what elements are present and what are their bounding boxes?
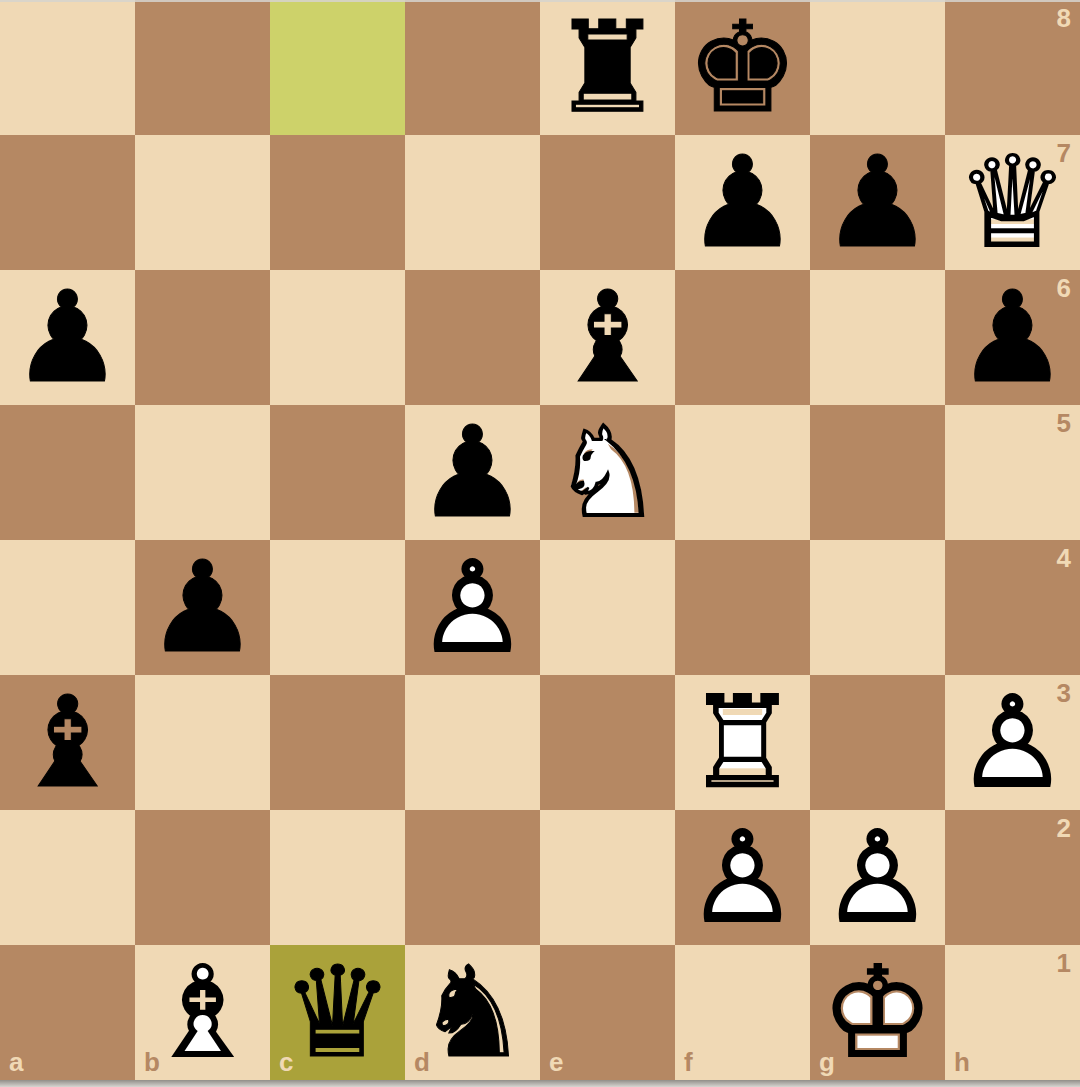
square-f4[interactable]: [675, 540, 810, 675]
piece-black-pawn[interactable]: ♟: [135, 540, 270, 675]
white-pawn-outline-icon: ♙: [821, 810, 934, 945]
rank-label-4: 4: [1057, 545, 1071, 571]
square-f1[interactable]: f: [675, 945, 810, 1080]
piece-black-king[interactable]: ♚: [675, 0, 810, 135]
square-e6[interactable]: ♝: [540, 270, 675, 405]
square-b7[interactable]: [135, 135, 270, 270]
white-king-outline-icon: ♔: [821, 945, 934, 1080]
piece-black-pawn[interactable]: ♟: [810, 135, 945, 270]
square-h2[interactable]: 2: [945, 810, 1080, 945]
rank-label-6: 6: [1057, 275, 1071, 301]
square-b4[interactable]: ♟: [135, 540, 270, 675]
square-e3[interactable]: [540, 675, 675, 810]
square-d3[interactable]: [405, 675, 540, 810]
black-rook-icon: ♜: [551, 0, 664, 135]
piece-white-knight[interactable]: ♞♘: [540, 405, 675, 540]
square-a2[interactable]: [0, 810, 135, 945]
piece-white-pawn[interactable]: ♟♙: [810, 810, 945, 945]
file-label-e: e: [549, 1049, 563, 1075]
rank-label-1: 1: [1057, 950, 1071, 976]
black-queen-icon: ♛: [281, 945, 394, 1080]
square-b6[interactable]: [135, 270, 270, 405]
square-h1[interactable]: 1h: [945, 945, 1080, 1080]
square-c6[interactable]: [270, 270, 405, 405]
square-d8[interactable]: [405, 0, 540, 135]
square-c5[interactable]: [270, 405, 405, 540]
page: ♜♚8♟♟7♛♕♟♝6♟♟♞♘5♟♟♙4♝♜♖3♟♙♟♙♟♙2ab♝♗c♛d♞e…: [0, 0, 1080, 1087]
black-pawn-icon: ♟: [146, 540, 259, 675]
square-c1[interactable]: c♛: [270, 945, 405, 1080]
square-e4[interactable]: [540, 540, 675, 675]
square-f8[interactable]: ♚: [675, 0, 810, 135]
square-e5[interactable]: ♞♘: [540, 405, 675, 540]
square-g2[interactable]: ♟♙: [810, 810, 945, 945]
square-e7[interactable]: [540, 135, 675, 270]
rank-label-8: 8: [1057, 5, 1071, 31]
black-king-icon: ♚: [686, 0, 799, 135]
square-h6[interactable]: 6♟: [945, 270, 1080, 405]
square-a1[interactable]: a: [0, 945, 135, 1080]
black-pawn-icon: ♟: [416, 405, 529, 540]
square-c2[interactable]: [270, 810, 405, 945]
rank-label-2: 2: [1057, 815, 1071, 841]
square-c4[interactable]: [270, 540, 405, 675]
white-knight-outline-icon: ♘: [551, 405, 664, 540]
file-label-g: g: [819, 1049, 835, 1075]
square-d1[interactable]: d♞: [405, 945, 540, 1080]
white-pawn-outline-icon: ♙: [956, 675, 1069, 810]
square-g6[interactable]: [810, 270, 945, 405]
piece-white-pawn[interactable]: ♟♙: [405, 540, 540, 675]
square-a6[interactable]: ♟: [0, 270, 135, 405]
square-g7[interactable]: ♟: [810, 135, 945, 270]
piece-black-rook[interactable]: ♜: [540, 0, 675, 135]
file-label-h: h: [954, 1049, 970, 1075]
square-d7[interactable]: [405, 135, 540, 270]
file-label-c: c: [279, 1049, 293, 1075]
black-pawn-icon: ♟: [956, 270, 1069, 405]
file-label-f: f: [684, 1049, 693, 1075]
square-a8[interactable]: [0, 0, 135, 135]
square-a5[interactable]: [0, 405, 135, 540]
white-pawn-outline-icon: ♙: [686, 810, 799, 945]
square-b8[interactable]: [135, 0, 270, 135]
square-f6[interactable]: [675, 270, 810, 405]
white-pawn-outline-icon: ♙: [416, 540, 529, 675]
square-d2[interactable]: [405, 810, 540, 945]
square-e8[interactable]: ♜: [540, 0, 675, 135]
square-f7[interactable]: ♟: [675, 135, 810, 270]
piece-black-bishop[interactable]: ♝: [540, 270, 675, 405]
square-a4[interactable]: [0, 540, 135, 675]
square-h8[interactable]: 8: [945, 0, 1080, 135]
square-b2[interactable]: [135, 810, 270, 945]
square-e1[interactable]: e: [540, 945, 675, 1080]
black-pawn-icon: ♟: [686, 135, 799, 270]
piece-black-pawn[interactable]: ♟: [405, 405, 540, 540]
square-c7[interactable]: [270, 135, 405, 270]
window-bottom-edge: [0, 1080, 1080, 1087]
square-f2[interactable]: ♟♙: [675, 810, 810, 945]
rank-label-3: 3: [1057, 680, 1071, 706]
file-label-d: d: [414, 1049, 430, 1075]
square-e2[interactable]: [540, 810, 675, 945]
square-h3[interactable]: 3♟♙: [945, 675, 1080, 810]
square-a3[interactable]: ♝: [0, 675, 135, 810]
square-g1[interactable]: g♚♔: [810, 945, 945, 1080]
square-g5[interactable]: [810, 405, 945, 540]
chess-board: ♜♚8♟♟7♛♕♟♝6♟♟♞♘5♟♟♙4♝♜♖3♟♙♟♙♟♙2ab♝♗c♛d♞e…: [0, 0, 1080, 1080]
file-label-a: a: [9, 1049, 23, 1075]
square-f3[interactable]: ♜♖: [675, 675, 810, 810]
black-bishop-icon: ♝: [551, 270, 664, 405]
square-b5[interactable]: [135, 405, 270, 540]
white-rook-outline-icon: ♖: [686, 675, 799, 810]
piece-black-pawn[interactable]: ♟: [675, 135, 810, 270]
square-f5[interactable]: [675, 405, 810, 540]
square-a7[interactable]: [0, 135, 135, 270]
square-h4[interactable]: 4: [945, 540, 1080, 675]
rank-label-5: 5: [1057, 410, 1071, 436]
square-d6[interactable]: [405, 270, 540, 405]
piece-white-rook[interactable]: ♜♖: [675, 675, 810, 810]
square-g8[interactable]: [810, 0, 945, 135]
square-h7[interactable]: 7♛♕: [945, 135, 1080, 270]
piece-black-pawn[interactable]: ♟: [0, 270, 135, 405]
square-d5[interactable]: ♟: [405, 405, 540, 540]
file-label-b: b: [144, 1049, 160, 1075]
square-g3[interactable]: [810, 675, 945, 810]
white-bishop-outline-icon: ♗: [146, 945, 259, 1080]
black-pawn-icon: ♟: [11, 270, 124, 405]
square-h5[interactable]: 5: [945, 405, 1080, 540]
white-queen-outline-icon: ♕: [956, 135, 1069, 270]
black-bishop-icon: ♝: [11, 675, 124, 810]
square-g4[interactable]: [810, 540, 945, 675]
square-b3[interactable]: [135, 675, 270, 810]
square-c3[interactable]: [270, 675, 405, 810]
black-knight-icon: ♞: [416, 945, 529, 1080]
square-b1[interactable]: b♝♗: [135, 945, 270, 1080]
square-d4[interactable]: ♟♙: [405, 540, 540, 675]
rank-label-7: 7: [1057, 140, 1071, 166]
black-pawn-icon: ♟: [821, 135, 934, 270]
piece-black-bishop[interactable]: ♝: [0, 675, 135, 810]
square-c8[interactable]: [270, 0, 405, 135]
piece-white-pawn[interactable]: ♟♙: [675, 810, 810, 945]
